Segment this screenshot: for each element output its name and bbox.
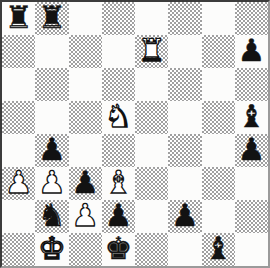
black-rook: ♜	[38, 2, 66, 33]
square-g1[interactable]: ♝	[202, 233, 235, 266]
square-a7[interactable]	[2, 35, 35, 68]
square-e7[interactable]: ♜	[135, 35, 168, 68]
square-c4[interactable]	[69, 134, 102, 167]
square-h2[interactable]	[235, 200, 268, 233]
black-rook: ♜	[5, 2, 33, 33]
black-bishop: ♝	[204, 233, 232, 264]
square-e6[interactable]	[135, 68, 168, 101]
square-g4[interactable]	[202, 134, 235, 167]
white-king: ♚	[38, 233, 66, 264]
black-bishop: ♝	[237, 101, 265, 132]
square-c5[interactable]	[69, 101, 102, 134]
white-rook: ♜	[138, 35, 166, 66]
square-c7[interactable]	[69, 35, 102, 68]
black-king: ♚	[104, 233, 132, 264]
square-a8[interactable]: ♜	[2, 2, 35, 35]
square-e2[interactable]	[135, 200, 168, 233]
white-bishop: ♝	[104, 167, 132, 198]
square-c8[interactable]	[69, 2, 102, 35]
square-d3[interactable]: ♝	[102, 167, 135, 200]
square-c2[interactable]: ♟	[69, 200, 102, 233]
square-h4[interactable]: ♟	[235, 134, 268, 167]
square-g3[interactable]	[202, 167, 235, 200]
square-f4[interactable]	[168, 134, 201, 167]
square-c3[interactable]: ♟	[69, 167, 102, 200]
square-d7[interactable]	[102, 35, 135, 68]
square-f1[interactable]	[168, 233, 201, 266]
square-g6[interactable]	[202, 68, 235, 101]
white-pawn: ♟	[71, 200, 99, 231]
square-a1[interactable]	[2, 233, 35, 266]
white-pawn: ♟	[38, 167, 66, 198]
white-knight: ♞	[104, 101, 132, 132]
square-c6[interactable]	[69, 68, 102, 101]
square-b3[interactable]: ♟	[35, 167, 68, 200]
square-a6[interactable]	[2, 68, 35, 101]
square-b6[interactable]	[35, 68, 68, 101]
square-b8[interactable]: ♜	[35, 2, 68, 35]
square-e5[interactable]	[135, 101, 168, 134]
chess-board: ♜♜♜♟♞♝♟♟♟♟♟♝♞♟♟♟♚♚♝	[2, 2, 268, 266]
square-a4[interactable]	[2, 134, 35, 167]
black-pawn: ♟	[237, 35, 265, 66]
white-pawn: ♟	[5, 167, 33, 198]
square-c1[interactable]	[69, 233, 102, 266]
square-g7[interactable]	[202, 35, 235, 68]
black-pawn: ♟	[171, 200, 199, 231]
square-d2[interactable]: ♟	[102, 200, 135, 233]
square-b1[interactable]: ♚	[35, 233, 68, 266]
square-f5[interactable]	[168, 101, 201, 134]
square-f3[interactable]	[168, 167, 201, 200]
square-f2[interactable]: ♟	[168, 200, 201, 233]
square-h5[interactable]: ♝	[235, 101, 268, 134]
square-d5[interactable]: ♞	[102, 101, 135, 134]
square-f7[interactable]	[168, 35, 201, 68]
square-a5[interactable]	[2, 101, 35, 134]
square-d8[interactable]	[102, 2, 135, 35]
black-pawn: ♟	[38, 134, 66, 165]
square-e8[interactable]	[135, 2, 168, 35]
chess-diagram-frame: ♜♜♜♟♞♝♟♟♟♟♟♝♞♟♟♟♚♚♝	[0, 0, 270, 268]
square-h7[interactable]: ♟	[235, 35, 268, 68]
square-g5[interactable]	[202, 101, 235, 134]
square-h8[interactable]	[235, 2, 268, 35]
square-f8[interactable]	[168, 2, 201, 35]
black-pawn: ♟	[71, 167, 99, 198]
square-f6[interactable]	[168, 68, 201, 101]
square-h3[interactable]	[235, 167, 268, 200]
square-d4[interactable]	[102, 134, 135, 167]
black-pawn: ♟	[237, 134, 265, 165]
square-g8[interactable]	[202, 2, 235, 35]
square-h1[interactable]	[235, 233, 268, 266]
square-e4[interactable]	[135, 134, 168, 167]
square-d6[interactable]	[102, 68, 135, 101]
square-h6[interactable]	[235, 68, 268, 101]
square-b4[interactable]: ♟	[35, 134, 68, 167]
square-d1[interactable]: ♚	[102, 233, 135, 266]
square-b5[interactable]	[35, 101, 68, 134]
square-e3[interactable]	[135, 167, 168, 200]
square-b2[interactable]: ♞	[35, 200, 68, 233]
square-g2[interactable]	[202, 200, 235, 233]
square-a3[interactable]: ♟	[2, 167, 35, 200]
black-knight: ♞	[38, 200, 66, 231]
square-e1[interactable]	[135, 233, 168, 266]
square-a2[interactable]	[2, 200, 35, 233]
black-pawn: ♟	[104, 200, 132, 231]
square-b7[interactable]	[35, 35, 68, 68]
